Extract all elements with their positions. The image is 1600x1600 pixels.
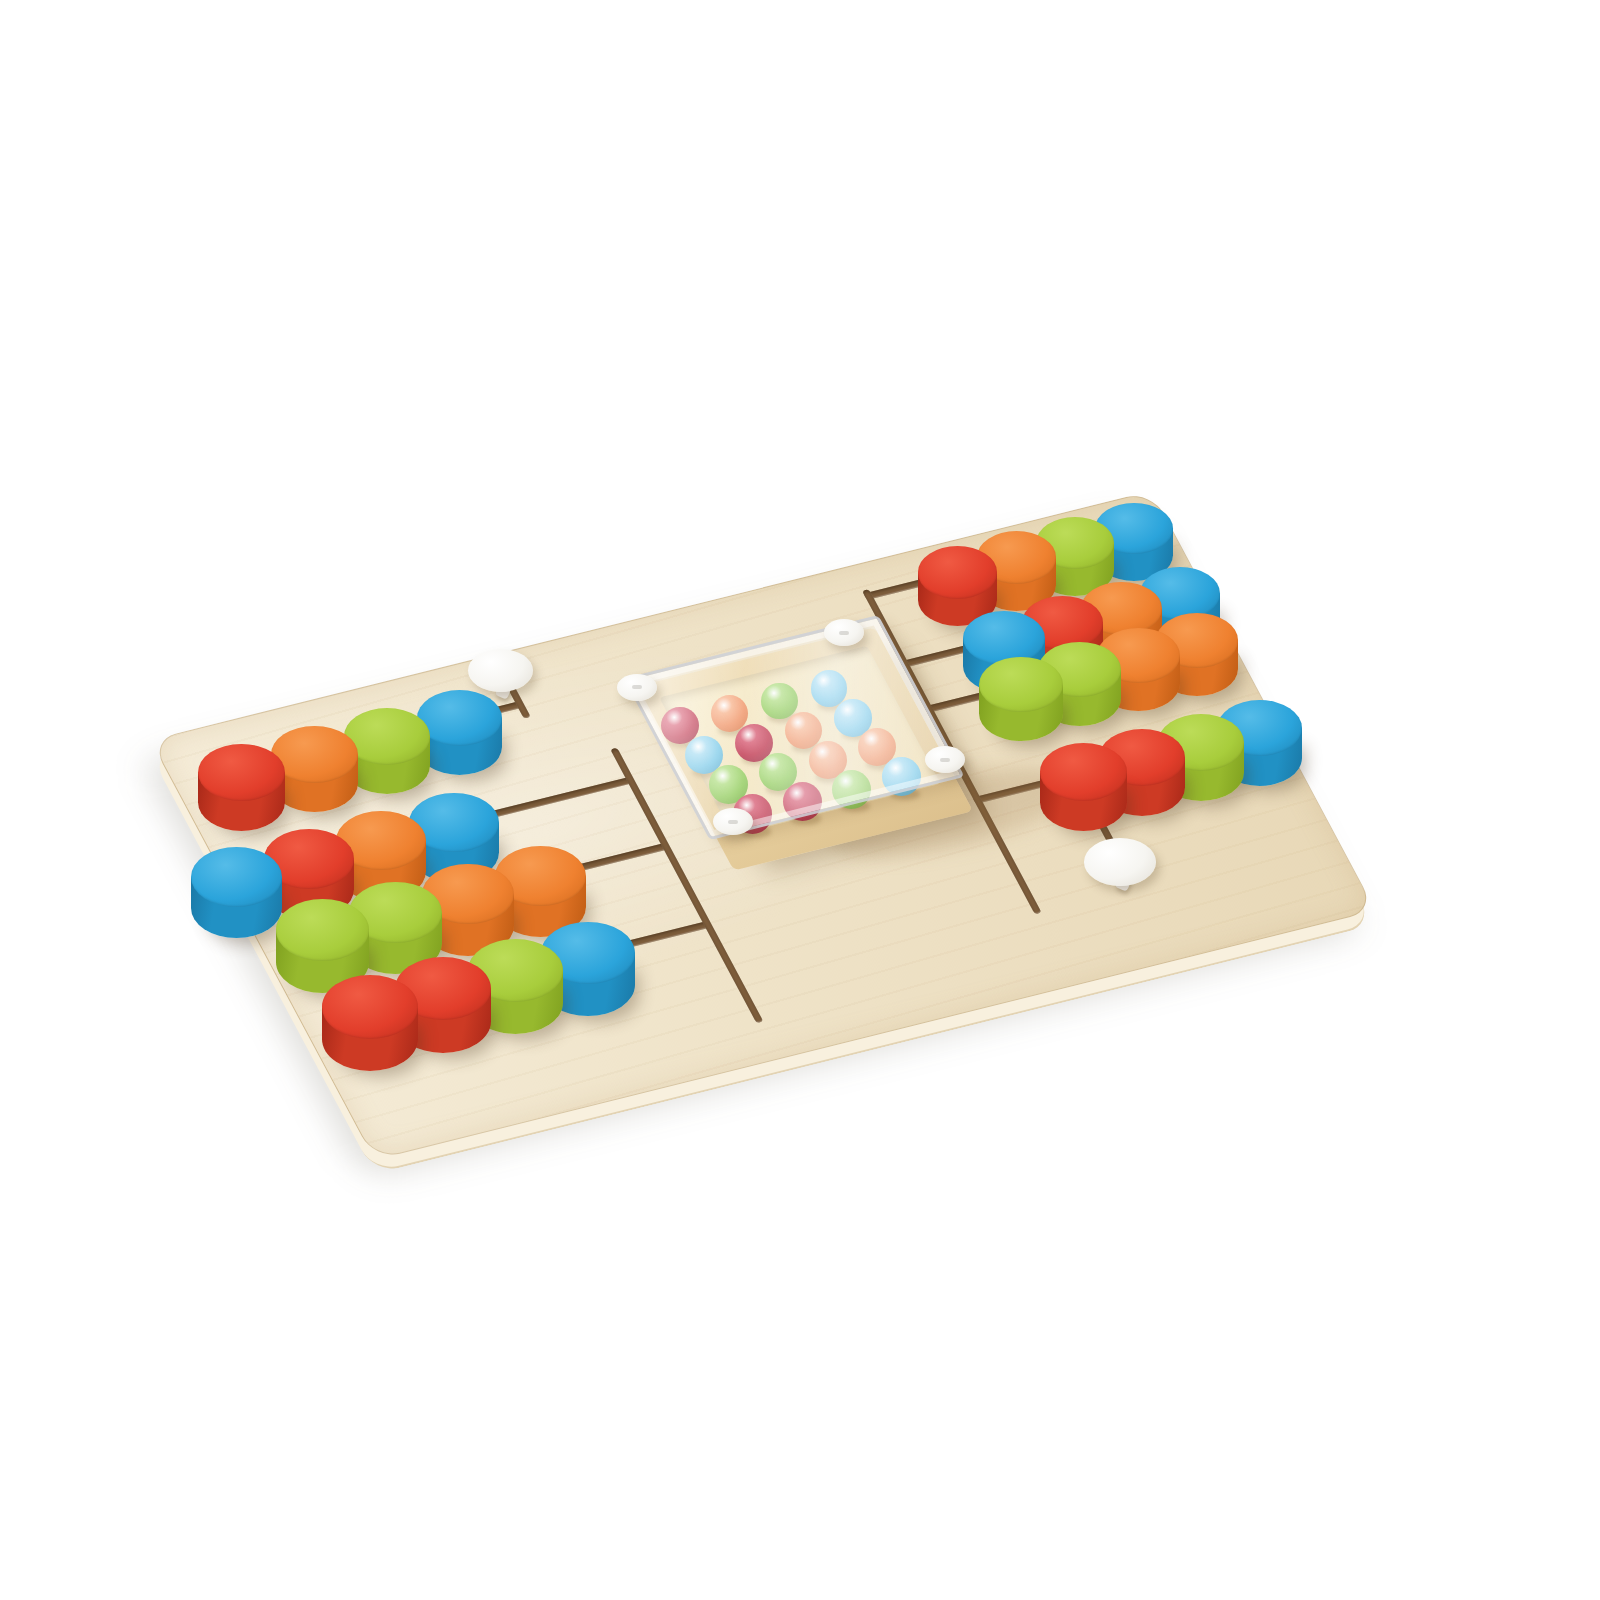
disc-blue[interactable] [191,847,282,938]
disc-top [276,899,369,961]
disc-top [191,847,282,907]
disc-top [918,546,998,599]
slider-knob-left[interactable] [468,649,533,692]
pieces-layer [0,0,1600,1600]
disc-green[interactable] [979,657,1063,741]
disc-top [322,975,418,1039]
color-matching-board-photo [0,0,1600,1600]
disc-red[interactable] [322,975,418,1071]
slider-knob-right[interactable] [1084,838,1156,886]
disc-red[interactable] [198,744,285,831]
disc-top [979,657,1063,712]
disc-top [1040,743,1127,801]
disc-red[interactable] [1040,743,1127,830]
disc-top [198,744,285,802]
